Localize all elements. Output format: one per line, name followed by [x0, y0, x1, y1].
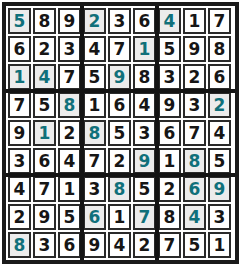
cell-r3c9[interactable]: 6 — [208, 64, 231, 90]
cell-r3c1[interactable]: 1 — [8, 64, 31, 90]
cell-r7c4[interactable]: 3 — [83, 176, 106, 202]
cell-r9c9[interactable]: 1 — [208, 232, 231, 258]
cell-r2c3[interactable]: 3 — [58, 36, 81, 62]
cell-r6c8[interactable]: 8 — [183, 148, 206, 174]
cell-r4c2[interactable]: 5 — [33, 92, 56, 118]
cell-r3c3[interactable]: 7 — [58, 64, 81, 90]
cell-r1c9[interactable]: 7 — [208, 8, 231, 34]
cell-r1c1[interactable]: 5 — [8, 8, 31, 34]
cell-r2c9[interactable]: 8 — [208, 36, 231, 62]
sudoku-board: 5892364176234715981475983267581649329128… — [2, 2, 239, 264]
cell-r9c1[interactable]: 8 — [8, 232, 31, 258]
cell-r7c2[interactable]: 7 — [33, 176, 56, 202]
cell-r5c6[interactable]: 3 — [133, 120, 156, 146]
cell-r6c4[interactable]: 7 — [83, 148, 106, 174]
cell-r5c9[interactable]: 4 — [208, 120, 231, 146]
cell-r1c8[interactable]: 1 — [183, 8, 206, 34]
cell-r6c5[interactable]: 2 — [108, 148, 131, 174]
cell-r3c4[interactable]: 5 — [83, 64, 106, 90]
cell-r7c6[interactable]: 5 — [133, 176, 156, 202]
cell-r5c7[interactable]: 6 — [158, 120, 181, 146]
cell-r8c4[interactable]: 6 — [83, 204, 106, 230]
cell-r6c7[interactable]: 1 — [158, 148, 181, 174]
cell-r4c8[interactable]: 3 — [183, 92, 206, 118]
cell-r1c5[interactable]: 3 — [108, 8, 131, 34]
cell-r1c2[interactable]: 8 — [33, 8, 56, 34]
cell-r8c9[interactable]: 3 — [208, 204, 231, 230]
cell-r9c4[interactable]: 9 — [83, 232, 106, 258]
cell-r4c4[interactable]: 1 — [83, 92, 106, 118]
cell-r1c3[interactable]: 9 — [58, 8, 81, 34]
cell-r1c7[interactable]: 4 — [158, 8, 181, 34]
cell-r8c5[interactable]: 1 — [108, 204, 131, 230]
cell-r2c1[interactable]: 6 — [8, 36, 31, 62]
cell-r9c2[interactable]: 3 — [33, 232, 56, 258]
cell-r6c3[interactable]: 4 — [58, 148, 81, 174]
cell-r2c7[interactable]: 5 — [158, 36, 181, 62]
cell-r5c5[interactable]: 5 — [108, 120, 131, 146]
cell-r9c7[interactable]: 7 — [158, 232, 181, 258]
cell-r3c8[interactable]: 2 — [183, 64, 206, 90]
cell-r5c4[interactable]: 8 — [83, 120, 106, 146]
cell-r8c3[interactable]: 5 — [58, 204, 81, 230]
cell-r6c1[interactable]: 3 — [8, 148, 31, 174]
cell-r3c5[interactable]: 9 — [108, 64, 131, 90]
cell-r9c3[interactable]: 6 — [58, 232, 81, 258]
cell-r2c4[interactable]: 4 — [83, 36, 106, 62]
cell-r4c9[interactable]: 2 — [208, 92, 231, 118]
cell-r5c1[interactable]: 9 — [8, 120, 31, 146]
cell-r8c1[interactable]: 2 — [8, 204, 31, 230]
cell-r6c2[interactable]: 6 — [33, 148, 56, 174]
cell-r4c1[interactable]: 7 — [8, 92, 31, 118]
cell-r8c6[interactable]: 7 — [133, 204, 156, 230]
cell-r4c7[interactable]: 9 — [158, 92, 181, 118]
cell-r6c9[interactable]: 5 — [208, 148, 231, 174]
cell-r2c5[interactable]: 7 — [108, 36, 131, 62]
cell-r2c6[interactable]: 1 — [133, 36, 156, 62]
cell-r6c6[interactable]: 9 — [133, 148, 156, 174]
cell-r4c5[interactable]: 6 — [108, 92, 131, 118]
cell-r7c1[interactable]: 4 — [8, 176, 31, 202]
cell-r8c8[interactable]: 4 — [183, 204, 206, 230]
cell-r8c7[interactable]: 8 — [158, 204, 181, 230]
cell-r9c8[interactable]: 5 — [183, 232, 206, 258]
cell-r9c5[interactable]: 4 — [108, 232, 131, 258]
cell-r5c3[interactable]: 2 — [58, 120, 81, 146]
cell-r8c2[interactable]: 9 — [33, 204, 56, 230]
cell-r5c8[interactable]: 7 — [183, 120, 206, 146]
cell-r7c3[interactable]: 1 — [58, 176, 81, 202]
cell-r3c2[interactable]: 4 — [33, 64, 56, 90]
cell-r2c2[interactable]: 2 — [33, 36, 56, 62]
cell-r5c2[interactable]: 1 — [33, 120, 56, 146]
cell-r4c6[interactable]: 4 — [133, 92, 156, 118]
cell-r7c5[interactable]: 8 — [108, 176, 131, 202]
cell-r2c8[interactable]: 9 — [183, 36, 206, 62]
cell-r1c4[interactable]: 2 — [83, 8, 106, 34]
cell-r3c6[interactable]: 8 — [133, 64, 156, 90]
cell-r9c6[interactable]: 2 — [133, 232, 156, 258]
cell-r4c3[interactable]: 8 — [58, 92, 81, 118]
cell-r3c7[interactable]: 3 — [158, 64, 181, 90]
cell-r7c7[interactable]: 2 — [158, 176, 181, 202]
cell-r1c6[interactable]: 6 — [133, 8, 156, 34]
cell-r7c9[interactable]: 9 — [208, 176, 231, 202]
cell-r7c8[interactable]: 6 — [183, 176, 206, 202]
